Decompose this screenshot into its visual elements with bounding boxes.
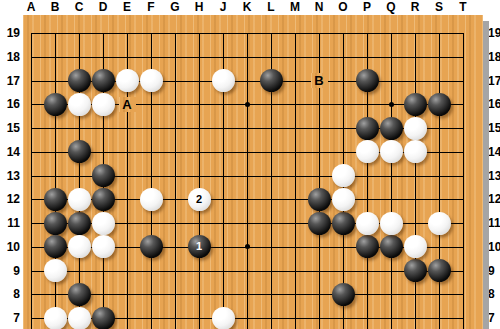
stone-black-B12 (44, 188, 67, 211)
row-label-left-11: 11 (0, 211, 20, 235)
stone-black-P10 (356, 235, 379, 258)
move-number-2: 2 (196, 194, 202, 205)
row-label-right-9: 9 (488, 259, 500, 283)
stone-white-F12 (140, 188, 163, 211)
stone-white-D11 (92, 212, 115, 235)
stone-black-P15 (356, 117, 379, 140)
stone-black-H10: 1 (188, 235, 211, 258)
col-label-A: A (19, 0, 43, 14)
col-label-H: H (187, 0, 211, 14)
stone-black-R9 (404, 259, 427, 282)
stone-black-B16 (44, 93, 67, 116)
col-label-K: K (235, 0, 259, 14)
row-label-right-14: 14 (488, 140, 500, 164)
stone-black-L17 (260, 69, 283, 92)
stone-white-B9 (44, 259, 67, 282)
stone-black-C8 (68, 283, 91, 306)
row-label-right-11: 11 (488, 211, 500, 235)
stone-white-H12: 2 (188, 188, 211, 211)
col-label-O: O (331, 0, 355, 14)
col-label-L: L (259, 0, 283, 14)
row-label-left-14: 14 (0, 140, 20, 164)
row-label-right-18: 18 (488, 45, 500, 69)
stone-white-R10 (404, 235, 427, 258)
stone-black-B11 (44, 212, 67, 235)
stone-white-Q14 (380, 140, 403, 163)
stone-black-C17 (68, 69, 91, 92)
go-diagram-screen: ABCDEFGHJKLMNOPQRST 19181716151413121110… (0, 0, 500, 329)
star-point-Q16 (389, 102, 394, 107)
stone-black-D12 (92, 188, 115, 211)
col-label-Q: Q (379, 0, 403, 14)
row-label-left-16: 16 (0, 92, 20, 116)
row-label-right-17: 17 (488, 69, 500, 93)
row-label-left-7: 7 (0, 306, 20, 329)
stone-white-O13 (332, 164, 355, 187)
stone-white-E17 (116, 69, 139, 92)
stone-white-J7 (212, 307, 235, 329)
stone-white-R15 (404, 117, 427, 140)
col-label-J: J (211, 0, 235, 14)
col-label-M: M (283, 0, 307, 14)
col-label-S: S (427, 0, 451, 14)
stone-black-C14 (68, 140, 91, 163)
row-label-left-9: 9 (0, 259, 20, 283)
stone-black-F10 (140, 235, 163, 258)
stone-white-D10 (92, 235, 115, 258)
col-label-P: P (355, 0, 379, 14)
stone-white-P14 (356, 140, 379, 163)
col-label-E: E (115, 0, 139, 14)
stone-white-C7 (68, 307, 91, 329)
col-label-D: D (91, 0, 115, 14)
row-label-left-8: 8 (0, 282, 20, 306)
move-number-1: 1 (196, 241, 202, 252)
row-label-right-16: 16 (488, 92, 500, 116)
col-label-N: N (307, 0, 331, 14)
stone-black-Q15 (380, 117, 403, 140)
stone-white-C16 (68, 93, 91, 116)
stone-black-C11 (68, 212, 91, 235)
stone-white-O12 (332, 188, 355, 211)
row-label-left-18: 18 (0, 45, 20, 69)
stone-black-S16 (428, 93, 451, 116)
marker-A-E16[interactable]: A (119, 97, 136, 112)
row-label-left-12: 12 (0, 187, 20, 211)
stone-white-B7 (44, 307, 67, 329)
stone-black-D13 (92, 164, 115, 187)
marker-B-N17[interactable]: B (311, 73, 328, 88)
intersections-grid: 12AB (19, 21, 475, 329)
col-label-B: B (43, 0, 67, 14)
col-label-C: C (67, 0, 91, 14)
stone-white-J17 (212, 69, 235, 92)
row-label-left-17: 17 (0, 69, 20, 93)
stone-white-Q11 (380, 212, 403, 235)
row-label-left-15: 15 (0, 116, 20, 140)
row-label-right-13: 13 (488, 164, 500, 188)
stone-black-B10 (44, 235, 67, 258)
star-point-K10 (245, 244, 250, 249)
stone-white-P11 (356, 212, 379, 235)
stone-white-S11 (428, 212, 451, 235)
stone-white-C10 (68, 235, 91, 258)
stone-white-R14 (404, 140, 427, 163)
goban[interactable]: 12AB (23, 15, 483, 329)
stone-black-O11 (332, 212, 355, 235)
stone-black-R16 (404, 93, 427, 116)
col-label-F: F (139, 0, 163, 14)
stone-white-F17 (140, 69, 163, 92)
col-label-G: G (163, 0, 187, 14)
stone-black-Q10 (380, 235, 403, 258)
stone-white-C12 (68, 188, 91, 211)
stone-white-D16 (92, 93, 115, 116)
row-label-right-7: 7 (488, 306, 500, 329)
row-label-right-19: 19 (488, 21, 500, 45)
row-label-right-12: 12 (488, 187, 500, 211)
star-point-K16 (245, 102, 250, 107)
stone-black-O8 (332, 283, 355, 306)
row-label-right-8: 8 (488, 282, 500, 306)
row-label-right-10: 10 (488, 235, 500, 259)
row-label-left-13: 13 (0, 164, 20, 188)
stone-black-D17 (92, 69, 115, 92)
stone-black-S9 (428, 259, 451, 282)
stone-black-P17 (356, 69, 379, 92)
stone-black-N12 (308, 188, 331, 211)
row-label-right-15: 15 (488, 116, 500, 140)
row-label-left-10: 10 (0, 235, 20, 259)
stone-black-N11 (308, 212, 331, 235)
row-label-left-19: 19 (0, 21, 20, 45)
col-label-R: R (403, 0, 427, 14)
board-drop-shadow (483, 21, 489, 329)
col-label-T: T (451, 0, 475, 14)
stone-black-D7 (92, 307, 115, 329)
